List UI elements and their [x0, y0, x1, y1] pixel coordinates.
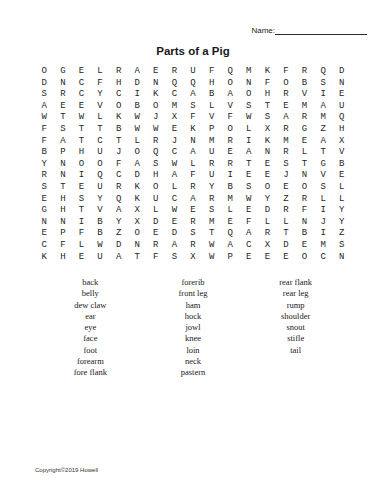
- grid-cell: L: [72, 240, 91, 252]
- grid-cell: R: [277, 89, 296, 101]
- grid-cell: N: [147, 78, 166, 90]
- grid-cell: F: [221, 112, 240, 124]
- word-list-item: jowl: [142, 322, 245, 333]
- grid-cell: W: [202, 252, 221, 264]
- grid-cell: I: [239, 136, 258, 148]
- grid-cell: Z: [332, 228, 351, 240]
- grid-cell: L: [332, 182, 351, 194]
- grid-cell: E: [165, 217, 184, 229]
- grid-cell: F: [35, 124, 54, 136]
- grid-cell: I: [314, 205, 333, 217]
- grid-cell: L: [184, 159, 203, 171]
- grid-cell: A: [165, 170, 184, 182]
- grid-cell: R: [147, 240, 166, 252]
- word-list-item: foot: [39, 345, 142, 356]
- grid-cell: R: [165, 66, 184, 78]
- grid-cell: E: [72, 66, 91, 78]
- grid-cell: C: [165, 89, 184, 101]
- grid-cell: F: [147, 252, 166, 264]
- grid-cell: U: [91, 147, 110, 159]
- grid-cell: C: [165, 194, 184, 206]
- grid-cell: X: [128, 217, 147, 229]
- grid-cell: W: [91, 240, 110, 252]
- grid-cell: N: [258, 147, 277, 159]
- grid-cell: L: [91, 66, 110, 78]
- grid-cell: L: [314, 194, 333, 206]
- grid-cell: L: [258, 217, 277, 229]
- word-list-item: rear leg: [244, 288, 347, 299]
- grid-cell: K: [258, 136, 277, 148]
- grid-cell: T: [72, 136, 91, 148]
- grid-cell: B: [295, 228, 314, 240]
- grid-cell: E: [277, 182, 296, 194]
- grid-cell: H: [258, 89, 277, 101]
- word-list-item: forerib: [142, 277, 245, 288]
- grid-cell: S: [35, 89, 54, 101]
- grid-cell: R: [295, 194, 314, 206]
- grid-cell: L: [239, 124, 258, 136]
- grid-cell: G: [35, 205, 54, 217]
- grid-cell: R: [277, 124, 296, 136]
- grid-cell: X: [258, 240, 277, 252]
- grid-cell: B: [109, 124, 128, 136]
- grid-cell: Q: [332, 112, 351, 124]
- grid-cell: A: [277, 112, 296, 124]
- grid-cell: D: [147, 217, 166, 229]
- grid-cell: R: [258, 228, 277, 240]
- grid-cell: D: [109, 240, 128, 252]
- grid-cell: W: [165, 159, 184, 171]
- word-list-item: rear flank: [244, 277, 347, 288]
- grid-cell: A: [165, 240, 184, 252]
- grid-cell: A: [54, 136, 73, 148]
- grid-cell: Y: [91, 194, 110, 206]
- grid-cell: H: [202, 78, 221, 90]
- grid-cell: O: [295, 252, 314, 264]
- grid-cell: L: [295, 147, 314, 159]
- grid-cell: R: [202, 159, 221, 171]
- grid-cell: H: [72, 147, 91, 159]
- grid-cell: Z: [109, 228, 128, 240]
- grid-cell: E: [35, 194, 54, 206]
- grid-cell: E: [258, 252, 277, 264]
- word-list-item: stifle: [244, 333, 347, 344]
- grid-cell: L: [277, 217, 296, 229]
- grid-cell: E: [147, 228, 166, 240]
- grid-cell: P: [221, 252, 240, 264]
- grid-cell: N: [54, 78, 73, 90]
- grid-cell: F: [91, 78, 110, 90]
- grid-cell: W: [128, 124, 147, 136]
- grid-cell: Y: [109, 217, 128, 229]
- grid-cell: N: [128, 240, 147, 252]
- grid-cell: I: [72, 217, 91, 229]
- grid-cell: G: [295, 124, 314, 136]
- grid-cell: E: [277, 252, 296, 264]
- grid-cell: S: [239, 182, 258, 194]
- grid-cell: Q: [221, 228, 240, 240]
- grid-cell: J: [147, 112, 166, 124]
- grid-cell: E: [72, 252, 91, 264]
- grid-cell: E: [239, 170, 258, 182]
- grid-cell: P: [54, 147, 73, 159]
- grid-cell: M: [295, 101, 314, 113]
- grid-cell: C: [35, 240, 54, 252]
- grid-cell: E: [35, 228, 54, 240]
- grid-cell: T: [109, 136, 128, 148]
- grid-cell: K: [184, 124, 203, 136]
- grid-cell: R: [295, 66, 314, 78]
- grid-cell: E: [332, 170, 351, 182]
- grid-cell: O: [128, 147, 147, 159]
- grid-cell: E: [221, 217, 240, 229]
- grid-cell: X: [128, 205, 147, 217]
- grid-cell: W: [165, 205, 184, 217]
- grid-cell: M: [202, 136, 221, 148]
- grid-cell: R: [221, 159, 240, 171]
- grid-cell: E: [72, 101, 91, 113]
- grid-cell: N: [54, 217, 73, 229]
- grid-cell: M: [202, 217, 221, 229]
- grid-cell: C: [72, 78, 91, 90]
- grid-cell: F: [109, 159, 128, 171]
- grid-cell: N: [54, 170, 73, 182]
- grid-cell: O: [91, 159, 110, 171]
- grid-cell: R: [109, 182, 128, 194]
- grid-cell: S: [239, 101, 258, 113]
- grid-cell: O: [109, 101, 128, 113]
- grid-cell: O: [277, 78, 296, 90]
- grid-cell: A: [184, 194, 203, 206]
- grid-cell: F: [184, 112, 203, 124]
- grid-cell: F: [239, 217, 258, 229]
- word-list-item: hock: [142, 311, 245, 322]
- grid-cell: V: [314, 170, 333, 182]
- grid-cell: R: [184, 182, 203, 194]
- grid-cell: K: [258, 66, 277, 78]
- grid-cell: O: [147, 101, 166, 113]
- grid-cell: F: [277, 66, 296, 78]
- grid-cell: J: [109, 147, 128, 159]
- grid-cell: W: [202, 240, 221, 252]
- grid-cell: A: [184, 89, 203, 101]
- grid-cell: O: [221, 78, 240, 90]
- word-list-item: fore flank: [39, 367, 142, 378]
- word-list-item: tail: [244, 345, 347, 356]
- grid-cell: K: [128, 182, 147, 194]
- name-field: Name:: [251, 25, 367, 35]
- grid-cell: C: [314, 252, 333, 264]
- grid-cell: M: [239, 66, 258, 78]
- word-list-item: eye: [39, 322, 142, 333]
- grid-cell: A: [128, 159, 147, 171]
- grid-cell: O: [147, 182, 166, 194]
- grid-cell: E: [72, 182, 91, 194]
- grid-cell: D: [277, 240, 296, 252]
- grid-cell: N: [239, 78, 258, 90]
- grid-cell: C: [109, 89, 128, 101]
- grid-cell: X: [184, 252, 203, 264]
- grid-cell: E: [221, 147, 240, 159]
- grid-cell: A: [184, 147, 203, 159]
- grid-cell: T: [277, 228, 296, 240]
- grid-cell: D: [128, 170, 147, 182]
- grid-cell: J: [314, 217, 333, 229]
- grid-cell: O: [72, 159, 91, 171]
- grid-cell: B: [295, 78, 314, 90]
- grid-cell: R: [277, 205, 296, 217]
- grid-cell: L: [332, 194, 351, 206]
- grid-cell: M: [221, 194, 240, 206]
- grid-cell: W: [35, 112, 54, 124]
- grid-cell: R: [35, 170, 54, 182]
- grid-cell: N: [332, 252, 351, 264]
- grid-cell: R: [184, 240, 203, 252]
- grid-cell: E: [258, 170, 277, 182]
- grid-cell: F: [54, 240, 73, 252]
- word-list-item: snout: [244, 322, 347, 333]
- grid-cell: D: [258, 205, 277, 217]
- grid-cell: H: [54, 205, 73, 217]
- grid-cell: Q: [165, 78, 184, 90]
- grid-cell: H: [54, 194, 73, 206]
- grid-cell: J: [165, 136, 184, 148]
- name-label: Name:: [251, 26, 275, 35]
- word-list-item: rump: [244, 300, 347, 311]
- grid-cell: B: [202, 89, 221, 101]
- worksheet-page: Name: Parts of a Pig OGELRAERUFQMKFRQDDN…: [0, 0, 386, 500]
- grid-cell: D: [165, 228, 184, 240]
- grid-cell: C: [109, 170, 128, 182]
- grid-cell: T: [314, 147, 333, 159]
- word-list-item: ear: [39, 311, 142, 322]
- grid-cell: E: [239, 252, 258, 264]
- name-blank-line: [275, 25, 367, 35]
- puzzle-title: Parts of a Pig: [0, 45, 386, 57]
- grid-cell: H: [332, 124, 351, 136]
- grid-cell: F: [258, 78, 277, 90]
- grid-cell: U: [91, 182, 110, 194]
- grid-cell: M: [165, 101, 184, 113]
- grid-cell: C: [72, 89, 91, 101]
- grid-cell: W: [239, 112, 258, 124]
- grid-cell: A: [239, 228, 258, 240]
- word-list-item: forearm: [39, 356, 142, 367]
- grid-cell: T: [54, 182, 73, 194]
- grid-cell: O: [221, 124, 240, 136]
- grid-cell: U: [184, 66, 203, 78]
- grid-cell: C: [91, 136, 110, 148]
- grid-cell: V: [332, 147, 351, 159]
- grid-cell: Y: [202, 182, 221, 194]
- word-list: backbellydew claweareyefacefootforearmfo…: [39, 277, 347, 379]
- grid-cell: R: [184, 217, 203, 229]
- grid-cell: I: [72, 170, 91, 182]
- grid-cell: L: [202, 101, 221, 113]
- grid-cell: L: [91, 112, 110, 124]
- word-list-item: front leg: [142, 288, 245, 299]
- grid-cell: S: [314, 182, 333, 194]
- grid-cell: M: [277, 136, 296, 148]
- word-list-item: pastern: [142, 367, 245, 378]
- grid-cell: E: [295, 240, 314, 252]
- grid-cell: F: [35, 136, 54, 148]
- grid-cell: Q: [314, 66, 333, 78]
- grid-cell: C: [165, 147, 184, 159]
- grid-cell: T: [295, 159, 314, 171]
- grid-cell: Y: [91, 89, 110, 101]
- grid-cell: S: [332, 240, 351, 252]
- grid-cell: V: [91, 205, 110, 217]
- word-list-column: rear flankrear legrumpshouldersnoutstifl…: [244, 277, 347, 379]
- grid-cell: Q: [147, 147, 166, 159]
- grid-cell: H: [147, 170, 166, 182]
- grid-cell: L: [165, 182, 184, 194]
- grid-cell: B: [128, 101, 147, 113]
- grid-cell: V: [202, 112, 221, 124]
- grid-cell: E: [295, 136, 314, 148]
- word-list-item: back: [39, 277, 142, 288]
- grid-cell: S: [184, 101, 203, 113]
- grid-cell: Q: [91, 170, 110, 182]
- grid-cell: S: [147, 159, 166, 171]
- grid-cell: V: [295, 89, 314, 101]
- grid-cell: S: [54, 124, 73, 136]
- grid-cell: E: [147, 66, 166, 78]
- grid-cell: K: [128, 194, 147, 206]
- grid-cell: T: [54, 112, 73, 124]
- grid-cell: T: [91, 124, 110, 136]
- grid-cell: R: [109, 66, 128, 78]
- grid-cell: N: [184, 136, 203, 148]
- grid-cell: S: [184, 228, 203, 240]
- grid-cell: N: [332, 78, 351, 90]
- grid-cell: W: [72, 112, 91, 124]
- grid-cell: R: [295, 112, 314, 124]
- grid-cell: B: [35, 147, 54, 159]
- grid-cell: M: [314, 240, 333, 252]
- grid-cell: F: [202, 66, 221, 78]
- word-search-grid: OGELRAERUFQMKFRQDDNCFHDNQQHONFOBSNSRCYCI…: [35, 66, 351, 263]
- copyright-text: Copyright©2019 Howell: [35, 467, 98, 473]
- grid-cell: Q: [221, 66, 240, 78]
- word-list-column: backbellydew claweareyefacefootforearmfo…: [39, 277, 142, 379]
- grid-cell: S: [314, 78, 333, 90]
- grid-cell: E: [258, 159, 277, 171]
- grid-cell: A: [239, 147, 258, 159]
- grid-cell: G: [54, 66, 73, 78]
- grid-cell: U: [147, 194, 166, 206]
- grid-cell: N: [54, 159, 73, 171]
- grid-cell: A: [109, 252, 128, 264]
- grid-cell: A: [35, 101, 54, 113]
- grid-cell: W: [239, 194, 258, 206]
- grid-cell: L: [128, 136, 147, 148]
- grid-cell: P: [202, 124, 221, 136]
- word-list-item: loin: [142, 345, 245, 356]
- grid-cell: E: [54, 101, 73, 113]
- grid-cell: N: [295, 170, 314, 182]
- grid-cell: K: [109, 112, 128, 124]
- grid-cell: S: [35, 182, 54, 194]
- grid-cell: Z: [314, 124, 333, 136]
- grid-cell: I: [128, 89, 147, 101]
- grid-cell: Q: [184, 78, 203, 90]
- grid-cell: P: [54, 228, 73, 240]
- grid-cell: E: [239, 205, 258, 217]
- grid-cell: B: [91, 217, 110, 229]
- grid-cell: A: [221, 240, 240, 252]
- grid-cell: T: [239, 159, 258, 171]
- grid-cell: O: [258, 182, 277, 194]
- word-list-item: face: [39, 333, 142, 344]
- grid-cell: V: [221, 101, 240, 113]
- word-list-item: neck: [142, 356, 245, 367]
- grid-cell: B: [332, 159, 351, 171]
- grid-cell: W: [128, 112, 147, 124]
- grid-cell: E: [277, 101, 296, 113]
- grid-cell: T: [72, 205, 91, 217]
- grid-cell: A: [221, 89, 240, 101]
- grid-cell: E: [184, 205, 203, 217]
- grid-cell: U: [202, 170, 221, 182]
- grid-cell: T: [258, 101, 277, 113]
- grid-cell: Y: [332, 217, 351, 229]
- word-list-item: dew claw: [39, 300, 142, 311]
- grid-cell: R: [221, 136, 240, 148]
- grid-cell: E: [165, 124, 184, 136]
- grid-cell: C: [239, 240, 258, 252]
- grid-cell: U: [91, 252, 110, 264]
- grid-cell: W: [147, 124, 166, 136]
- grid-cell: D: [35, 78, 54, 90]
- grid-cell: K: [147, 89, 166, 101]
- grid-cell: R: [147, 136, 166, 148]
- grid-cell: B: [221, 182, 240, 194]
- grid-cell: A: [109, 205, 128, 217]
- grid-cell: O: [128, 228, 147, 240]
- grid-cell: Y: [258, 194, 277, 206]
- grid-cell: F: [72, 228, 91, 240]
- word-list-item: belly: [39, 288, 142, 299]
- grid-cell: K: [35, 252, 54, 264]
- grid-cell: Z: [277, 194, 296, 206]
- grid-cell: O: [239, 89, 258, 101]
- grid-cell: S: [72, 194, 91, 206]
- grid-cell: T: [72, 124, 91, 136]
- grid-cell: R: [54, 89, 73, 101]
- grid-cell: T: [202, 228, 221, 240]
- grid-cell: Q: [109, 194, 128, 206]
- grid-cell: V: [91, 101, 110, 113]
- grid-cell: U: [202, 147, 221, 159]
- grid-cell: L: [147, 205, 166, 217]
- grid-cell: S: [202, 205, 221, 217]
- word-list-item: knee: [142, 333, 245, 344]
- grid-cell: I: [221, 170, 240, 182]
- grid-cell: N: [295, 217, 314, 229]
- word-list-item: shoulder: [244, 311, 347, 322]
- grid-cell: R: [277, 147, 296, 159]
- grid-cell: M: [314, 112, 333, 124]
- grid-cell: G: [314, 159, 333, 171]
- grid-cell: D: [128, 78, 147, 90]
- grid-cell: B: [91, 228, 110, 240]
- grid-cell: A: [128, 66, 147, 78]
- grid-cell: U: [332, 101, 351, 113]
- grid-cell: X: [258, 124, 277, 136]
- grid-cell: T: [128, 252, 147, 264]
